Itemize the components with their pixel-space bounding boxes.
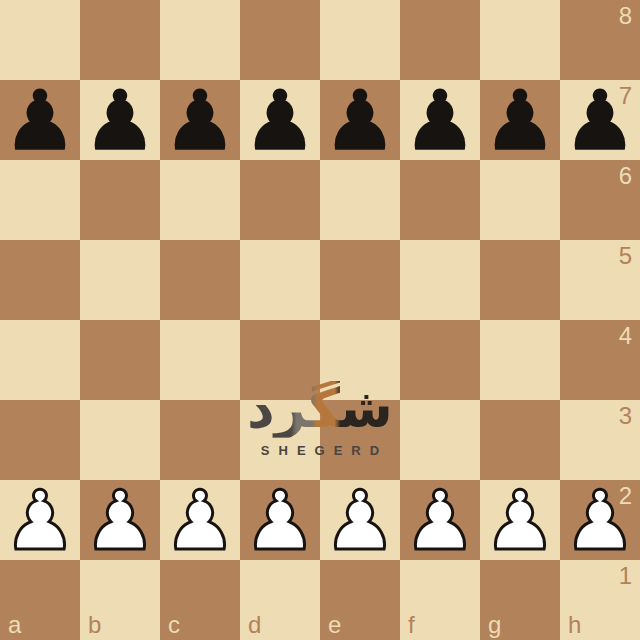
square-e8[interactable] — [320, 0, 400, 80]
square-e4[interactable] — [320, 320, 400, 400]
file-label-g: g — [488, 613, 501, 637]
square-e7[interactable]: ♟ — [320, 80, 400, 160]
black-pawn-d7[interactable]: ♟ — [243, 81, 317, 161]
square-g5[interactable] — [480, 240, 560, 320]
square-a6[interactable] — [0, 160, 80, 240]
square-g4[interactable] — [480, 320, 560, 400]
square-f2[interactable]: ♟ — [400, 480, 480, 560]
square-a2[interactable]: ♟ — [0, 480, 80, 560]
square-c3[interactable] — [160, 400, 240, 480]
square-d1[interactable]: d — [240, 560, 320, 640]
rank-label-3: 3 — [619, 404, 632, 428]
square-a7[interactable]: ♟ — [0, 80, 80, 160]
file-label-d: d — [248, 613, 261, 637]
square-f5[interactable] — [400, 240, 480, 320]
square-g6[interactable] — [480, 160, 560, 240]
square-b8[interactable] — [80, 0, 160, 80]
square-a1[interactable]: a — [0, 560, 80, 640]
rank-label-4: 4 — [619, 324, 632, 348]
square-c4[interactable] — [160, 320, 240, 400]
white-pawn-b2[interactable]: ♟ — [83, 481, 157, 561]
white-pawn-d2[interactable]: ♟ — [243, 481, 317, 561]
square-f7[interactable]: ♟ — [400, 80, 480, 160]
square-f3[interactable] — [400, 400, 480, 480]
square-h2[interactable]: ♟2 — [560, 480, 640, 560]
chess-board: 8♟♟♟♟♟♟♟♟76543♟♟♟♟♟♟♟♟2abcdefg1h — [0, 0, 640, 640]
square-b6[interactable] — [80, 160, 160, 240]
file-label-h: h — [568, 613, 581, 637]
square-d7[interactable]: ♟ — [240, 80, 320, 160]
square-g1[interactable]: g — [480, 560, 560, 640]
file-label-e: e — [328, 613, 341, 637]
rank-label-7: 7 — [619, 84, 632, 108]
square-h3[interactable]: 3 — [560, 400, 640, 480]
square-e3[interactable] — [320, 400, 400, 480]
black-pawn-c7[interactable]: ♟ — [163, 81, 237, 161]
square-b1[interactable]: b — [80, 560, 160, 640]
rank-label-5: 5 — [619, 244, 632, 268]
file-label-a: a — [8, 613, 21, 637]
square-b4[interactable] — [80, 320, 160, 400]
rank-label-1: 1 — [619, 564, 632, 588]
square-h6[interactable]: 6 — [560, 160, 640, 240]
rank-label-8: 8 — [619, 4, 632, 28]
black-pawn-f7[interactable]: ♟ — [403, 81, 477, 161]
black-pawn-g7[interactable]: ♟ — [483, 81, 557, 161]
rank-label-2: 2 — [619, 484, 632, 508]
square-c2[interactable]: ♟ — [160, 480, 240, 560]
square-e1[interactable]: e — [320, 560, 400, 640]
white-pawn-c2[interactable]: ♟ — [163, 481, 237, 561]
rank-label-6: 6 — [619, 164, 632, 188]
square-b2[interactable]: ♟ — [80, 480, 160, 560]
square-b3[interactable] — [80, 400, 160, 480]
square-d4[interactable] — [240, 320, 320, 400]
file-label-f: f — [408, 613, 415, 637]
square-h7[interactable]: ♟7 — [560, 80, 640, 160]
black-pawn-b7[interactable]: ♟ — [83, 81, 157, 161]
square-e5[interactable] — [320, 240, 400, 320]
square-d3[interactable] — [240, 400, 320, 480]
square-g3[interactable] — [480, 400, 560, 480]
square-c1[interactable]: c — [160, 560, 240, 640]
square-g7[interactable]: ♟ — [480, 80, 560, 160]
square-d8[interactable] — [240, 0, 320, 80]
white-pawn-a2[interactable]: ♟ — [3, 481, 77, 561]
square-f8[interactable] — [400, 0, 480, 80]
square-d2[interactable]: ♟ — [240, 480, 320, 560]
square-e6[interactable] — [320, 160, 400, 240]
square-a4[interactable] — [0, 320, 80, 400]
square-b7[interactable]: ♟ — [80, 80, 160, 160]
square-b5[interactable] — [80, 240, 160, 320]
square-a5[interactable] — [0, 240, 80, 320]
square-h4[interactable]: 4 — [560, 320, 640, 400]
square-g8[interactable] — [480, 0, 560, 80]
chessboard-screenshot: 8♟♟♟♟♟♟♟♟76543♟♟♟♟♟♟♟♟2abcdefg1h شگرد SH… — [0, 0, 640, 640]
square-h5[interactable]: 5 — [560, 240, 640, 320]
file-label-b: b — [88, 613, 101, 637]
square-d6[interactable] — [240, 160, 320, 240]
square-c6[interactable] — [160, 160, 240, 240]
square-h1[interactable]: 1h — [560, 560, 640, 640]
file-label-c: c — [168, 613, 180, 637]
square-d5[interactable] — [240, 240, 320, 320]
square-g2[interactable]: ♟ — [480, 480, 560, 560]
white-pawn-g2[interactable]: ♟ — [483, 481, 557, 561]
black-pawn-e7[interactable]: ♟ — [323, 81, 397, 161]
white-pawn-f2[interactable]: ♟ — [403, 481, 477, 561]
square-f4[interactable] — [400, 320, 480, 400]
square-a8[interactable] — [0, 0, 80, 80]
square-f6[interactable] — [400, 160, 480, 240]
black-pawn-a7[interactable]: ♟ — [3, 81, 77, 161]
white-pawn-e2[interactable]: ♟ — [323, 481, 397, 561]
square-c5[interactable] — [160, 240, 240, 320]
square-c7[interactable]: ♟ — [160, 80, 240, 160]
square-e2[interactable]: ♟ — [320, 480, 400, 560]
square-c8[interactable] — [160, 0, 240, 80]
square-h8[interactable]: 8 — [560, 0, 640, 80]
square-f1[interactable]: f — [400, 560, 480, 640]
square-a3[interactable] — [0, 400, 80, 480]
